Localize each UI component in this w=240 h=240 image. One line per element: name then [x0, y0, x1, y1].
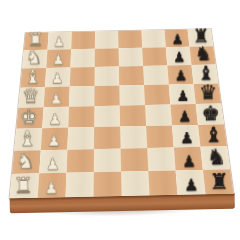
black-king: ♚	[198, 102, 224, 125]
square-e1[interactable]: ♚	[16, 107, 43, 129]
square-d3[interactable]	[69, 86, 95, 107]
square-h7[interactable]: ♟	[176, 170, 206, 195]
square-h6[interactable]	[148, 171, 177, 196]
black-rook: ♜	[189, 26, 213, 47]
square-c7[interactable]: ♟	[167, 65, 193, 85]
white-pawn: ♟	[40, 133, 67, 151]
square-e6[interactable]	[145, 105, 172, 126]
white-pawn: ♟	[37, 179, 65, 198]
square-f7[interactable]: ♟	[172, 125, 200, 148]
square-c1[interactable]: ♝	[20, 68, 46, 88]
square-c4[interactable]	[95, 66, 120, 86]
square-c3[interactable]	[70, 67, 95, 87]
black-pawn: ♟	[167, 49, 192, 65]
square-d2[interactable]: ♟	[44, 87, 70, 108]
square-g6[interactable]	[147, 147, 175, 171]
black-bishop: ♝	[193, 62, 218, 84]
white-king: ♚	[16, 106, 42, 129]
black-pawn: ♟	[170, 88, 196, 105]
black-knight: ♞	[202, 146, 230, 170]
white-pawn: ♟	[42, 111, 68, 128]
square-b8[interactable]: ♞	[190, 46, 216, 65]
square-c2[interactable]: ♟	[45, 68, 70, 88]
white-pawn: ♟	[47, 34, 71, 50]
square-c8[interactable]: ♝	[191, 64, 218, 84]
white-knight: ♞	[11, 150, 39, 174]
square-g3[interactable]	[67, 149, 94, 173]
square-f5[interactable]	[120, 126, 147, 149]
white-pawn: ♟	[43, 90, 69, 107]
chess-set-photo: ♜♟♟♜♞♟♟♞♝♟♟♝♛♟♟♛♚♟♟♚♝♟♟♝♞♟♟♞♜♟♟♜	[0, 0, 240, 240]
square-g8[interactable]: ♞	[200, 146, 230, 170]
square-h2[interactable]: ♟	[38, 173, 67, 198]
square-a6[interactable]	[141, 30, 166, 48]
square-b1[interactable]: ♞	[22, 50, 47, 69]
white-pawn: ♟	[39, 155, 67, 173]
square-b7[interactable]: ♟	[166, 47, 192, 66]
square-e5[interactable]	[120, 105, 146, 126]
square-d6[interactable]	[144, 85, 170, 105]
white-rook: ♜	[9, 174, 37, 199]
square-e3[interactable]	[68, 106, 94, 128]
square-b3[interactable]	[70, 49, 94, 68]
square-a1[interactable]: ♜	[24, 32, 49, 50]
square-b2[interactable]: ♟	[46, 49, 71, 68]
square-b5[interactable]	[118, 48, 143, 67]
board-tilt: ♜♟♟♜♞♟♟♞♝♟♟♝♛♟♟♛♚♟♟♚♝♟♟♝♞♟♟♞♜♟♟♜	[10, 29, 234, 198]
square-g4[interactable]	[94, 149, 121, 173]
square-a5[interactable]	[118, 30, 142, 48]
black-queen: ♛	[195, 82, 221, 104]
square-d5[interactable]	[119, 85, 145, 106]
white-rook: ♜	[23, 29, 47, 50]
square-d4[interactable]	[94, 86, 119, 107]
white-pawn: ♟	[46, 52, 71, 68]
square-d7[interactable]: ♟	[169, 84, 196, 104]
square-f4[interactable]	[94, 127, 121, 150]
square-d1[interactable]: ♛	[18, 87, 45, 108]
square-a4[interactable]	[95, 31, 119, 49]
black-rook: ♜	[205, 170, 233, 195]
black-pawn: ♟	[175, 152, 203, 170]
square-g7[interactable]: ♟	[174, 147, 203, 171]
square-f2[interactable]: ♟	[41, 128, 68, 151]
square-g2[interactable]: ♟	[39, 150, 67, 174]
black-pawn: ♟	[166, 32, 190, 48]
square-f3[interactable]	[67, 127, 94, 150]
square-f1[interactable]: ♝	[14, 128, 42, 151]
square-d8[interactable]: ♛	[194, 84, 222, 104]
black-knight: ♞	[191, 44, 216, 65]
square-h3[interactable]	[66, 172, 94, 197]
board-scene: ♜♟♟♜♞♟♟♞♝♟♟♝♛♟♟♛♚♟♟♚♝♟♟♝♞♟♟♞♜♟♟♜	[5, 0, 234, 198]
chess-board: ♜♟♟♜♞♟♟♞♝♟♟♝♛♟♟♛♚♟♟♚♝♟♟♝♞♟♟♞♜♟♟♜	[10, 29, 234, 198]
square-b6[interactable]	[142, 47, 167, 66]
white-knight: ♞	[22, 47, 47, 68]
square-e2[interactable]: ♟	[42, 107, 69, 129]
square-a2[interactable]: ♟	[47, 32, 71, 50]
white-bishop: ♝	[20, 66, 45, 88]
square-a8[interactable]: ♜	[188, 29, 214, 47]
black-pawn: ♟	[168, 68, 193, 84]
square-e4[interactable]	[94, 106, 120, 128]
square-e8[interactable]: ♚	[196, 103, 224, 124]
square-a3[interactable]	[71, 31, 95, 49]
white-pawn: ♟	[45, 71, 70, 87]
square-a7[interactable]: ♟	[164, 29, 189, 47]
square-h4[interactable]	[94, 172, 122, 197]
square-e7[interactable]: ♟	[170, 104, 198, 125]
square-c5[interactable]	[119, 66, 144, 86]
square-f6[interactable]	[146, 125, 174, 148]
square-g1[interactable]: ♞	[12, 150, 41, 174]
square-h8[interactable]: ♜	[203, 169, 234, 194]
square-h5[interactable]	[121, 171, 150, 196]
black-pawn: ♟	[177, 176, 205, 195]
square-h1[interactable]: ♜	[10, 173, 40, 198]
square-b4[interactable]	[95, 48, 119, 67]
black-pawn: ♟	[172, 108, 198, 125]
black-pawn: ♟	[173, 130, 200, 148]
square-c6[interactable]	[143, 65, 169, 85]
white-queen: ♛	[18, 85, 44, 107]
white-bishop: ♝	[14, 127, 41, 150]
square-f8[interactable]: ♝	[198, 124, 227, 147]
square-g5[interactable]	[121, 148, 149, 172]
black-bishop: ♝	[200, 124, 227, 147]
board-group: ♜♟♟♜♞♟♟♞♝♟♟♝♛♟♟♛♚♟♟♚♝♟♟♝♞♟♟♞♜♟♟♜	[0, 0, 240, 240]
